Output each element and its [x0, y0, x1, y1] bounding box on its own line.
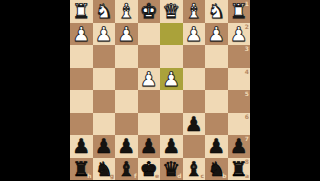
square-g2[interactable]: ♟ — [93, 23, 116, 46]
square-e6[interactable] — [138, 113, 161, 136]
square-f8[interactable]: ♝f — [115, 158, 138, 181]
white-pawn[interactable]: ♟ — [183, 23, 206, 46]
white-knight[interactable]: ♞ — [205, 0, 228, 23]
square-a7[interactable]: ♟7 — [228, 135, 251, 158]
square-a6[interactable]: 6 — [228, 113, 251, 136]
square-c5[interactable] — [183, 90, 206, 113]
square-c4[interactable] — [183, 68, 206, 91]
square-h5[interactable] — [70, 90, 93, 113]
black-pawn[interactable]: ♟ — [205, 135, 228, 158]
square-g8[interactable]: ♞g — [93, 158, 116, 181]
black-bishop[interactable]: ♝ — [115, 158, 138, 181]
square-c1[interactable]: ♝ — [183, 0, 206, 23]
white-bishop[interactable]: ♝ — [115, 0, 138, 23]
square-d5[interactable] — [160, 90, 183, 113]
black-rook[interactable]: ♜ — [228, 158, 251, 181]
square-e5[interactable] — [138, 90, 161, 113]
square-e1[interactable]: ♚ — [138, 0, 161, 23]
square-a5[interactable]: 5 — [228, 90, 251, 113]
black-pawn[interactable]: ♟ — [183, 113, 206, 136]
square-a8[interactable]: ♜8a — [228, 158, 251, 181]
square-d3[interactable] — [160, 45, 183, 68]
white-queen[interactable]: ♛ — [160, 0, 183, 23]
square-h7[interactable]: ♟ — [70, 135, 93, 158]
square-b1[interactable]: ♞ — [205, 0, 228, 23]
white-bishop[interactable]: ♝ — [183, 0, 206, 23]
black-knight[interactable]: ♞ — [93, 158, 116, 181]
white-pawn[interactable]: ♟ — [160, 68, 183, 91]
square-e3[interactable] — [138, 45, 161, 68]
black-bishop[interactable]: ♝ — [183, 158, 206, 181]
square-h6[interactable] — [70, 113, 93, 136]
square-g3[interactable] — [93, 45, 116, 68]
black-pawn[interactable]: ♟ — [160, 135, 183, 158]
square-f3[interactable] — [115, 45, 138, 68]
square-f5[interactable] — [115, 90, 138, 113]
square-b7[interactable]: ♟ — [205, 135, 228, 158]
white-rook[interactable]: ♜ — [228, 0, 251, 23]
square-e4[interactable]: ♟ — [138, 68, 161, 91]
square-d6[interactable] — [160, 113, 183, 136]
black-pawn[interactable]: ♟ — [138, 135, 161, 158]
square-a2[interactable]: ♟2 — [228, 23, 251, 46]
square-c7[interactable] — [183, 135, 206, 158]
square-e2[interactable] — [138, 23, 161, 46]
square-f1[interactable]: ♝ — [115, 0, 138, 23]
white-pawn[interactable]: ♟ — [93, 23, 116, 46]
white-pawn[interactable]: ♟ — [115, 23, 138, 46]
square-a3[interactable]: 3 — [228, 45, 251, 68]
square-b2[interactable]: ♟ — [205, 23, 228, 46]
square-g7[interactable]: ♟ — [93, 135, 116, 158]
black-king[interactable]: ♚ — [138, 158, 161, 181]
square-a4[interactable]: 4 — [228, 68, 251, 91]
square-e7[interactable]: ♟ — [138, 135, 161, 158]
square-g5[interactable] — [93, 90, 116, 113]
white-rook[interactable]: ♜ — [70, 0, 93, 23]
white-knight[interactable]: ♞ — [93, 0, 116, 23]
square-g1[interactable]: ♞ — [93, 0, 116, 23]
square-c2[interactable]: ♟ — [183, 23, 206, 46]
square-d4[interactable]: ♟ — [160, 68, 183, 91]
square-b3[interactable] — [205, 45, 228, 68]
letterbox-background: ♜♞♝♚♛♝♞♜1♟♟♟♟♟♟23♟♟45♟6♟♟♟♟♟♟♟7♜h♞g♝f♚e♛… — [0, 0, 320, 180]
square-d2[interactable] — [160, 23, 183, 46]
square-d1[interactable]: ♛ — [160, 0, 183, 23]
black-pawn[interactable]: ♟ — [93, 135, 116, 158]
chess-board: ♜♞♝♚♛♝♞♜1♟♟♟♟♟♟23♟♟45♟6♟♟♟♟♟♟♟7♜h♞g♝f♚e♛… — [70, 0, 250, 180]
black-queen[interactable]: ♛ — [160, 158, 183, 181]
square-b5[interactable] — [205, 90, 228, 113]
black-pawn[interactable]: ♟ — [228, 135, 251, 158]
square-c8[interactable]: ♝c — [183, 158, 206, 181]
white-pawn[interactable]: ♟ — [228, 23, 251, 46]
square-c6[interactable]: ♟ — [183, 113, 206, 136]
square-b6[interactable] — [205, 113, 228, 136]
square-c3[interactable] — [183, 45, 206, 68]
square-b8[interactable]: ♞b — [205, 158, 228, 181]
square-h3[interactable] — [70, 45, 93, 68]
square-b4[interactable] — [205, 68, 228, 91]
black-pawn[interactable]: ♟ — [70, 135, 93, 158]
white-pawn[interactable]: ♟ — [205, 23, 228, 46]
square-h8[interactable]: ♜h — [70, 158, 93, 181]
square-h1[interactable]: ♜ — [70, 0, 93, 23]
square-a1[interactable]: ♜1 — [228, 0, 251, 23]
black-pawn[interactable]: ♟ — [115, 135, 138, 158]
white-pawn[interactable]: ♟ — [70, 23, 93, 46]
rank-label-4: 4 — [245, 69, 249, 75]
square-g4[interactable] — [93, 68, 116, 91]
rank-label-6: 6 — [245, 114, 249, 120]
square-f2[interactable]: ♟ — [115, 23, 138, 46]
rank-label-3: 3 — [245, 46, 249, 52]
square-d8[interactable]: ♛d — [160, 158, 183, 181]
square-d7[interactable]: ♟ — [160, 135, 183, 158]
square-f6[interactable] — [115, 113, 138, 136]
square-f4[interactable] — [115, 68, 138, 91]
square-e8[interactable]: ♚e — [138, 158, 161, 181]
black-rook[interactable]: ♜ — [70, 158, 93, 181]
square-g6[interactable] — [93, 113, 116, 136]
square-h4[interactable] — [70, 68, 93, 91]
rank-label-5: 5 — [245, 91, 249, 97]
white-king[interactable]: ♚ — [138, 0, 161, 23]
black-knight[interactable]: ♞ — [205, 158, 228, 181]
white-pawn[interactable]: ♟ — [138, 68, 161, 91]
square-h2[interactable]: ♟ — [70, 23, 93, 46]
square-f7[interactable]: ♟ — [115, 135, 138, 158]
